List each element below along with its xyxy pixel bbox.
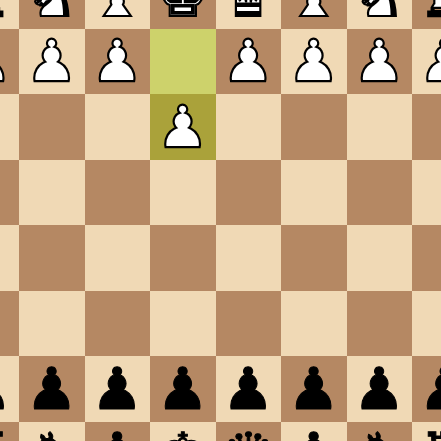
black-pawn[interactable]: ♟ [0,360,12,418]
square-a1[interactable]: ♜ [412,0,441,29]
black-bishop[interactable]: ♝ [91,425,143,441]
white-pawn[interactable]: ♟ [419,32,441,90]
square-c4[interactable] [281,160,347,226]
chess-board: ♜♞♝♚♛♝♞♜♟♟♟♟♟♟♟♟♟♟♟♟♟♟♟♟♜♞♝♚♛♝♞♜ [0,0,441,441]
square-f3[interactable] [85,94,151,160]
white-pawn[interactable]: ♟ [0,32,12,90]
square-e2[interactable] [150,29,216,95]
square-h3[interactable] [0,94,19,160]
square-a5[interactable] [412,225,441,291]
black-rook[interactable]: ♜ [0,425,12,441]
square-h1[interactable]: ♜ [0,0,19,29]
square-a4[interactable] [412,160,441,226]
square-d7[interactable]: ♟ [216,356,282,422]
square-g2[interactable]: ♟ [19,29,85,95]
square-f5[interactable] [85,225,151,291]
square-a2[interactable]: ♟ [412,29,441,95]
square-c1[interactable]: ♝ [281,0,347,29]
square-e5[interactable] [150,225,216,291]
square-e3[interactable]: ♟ [150,94,216,160]
square-h8[interactable]: ♜ [0,422,19,441]
black-king[interactable]: ♚ [157,425,209,441]
square-a8[interactable]: ♜ [412,422,441,441]
square-d1[interactable]: ♛ [216,0,282,29]
white-rook[interactable]: ♜ [0,0,12,25]
square-e8[interactable]: ♚ [150,422,216,441]
square-h5[interactable] [0,225,19,291]
square-f2[interactable]: ♟ [85,29,151,95]
square-g8[interactable]: ♞ [19,422,85,441]
square-e4[interactable] [150,160,216,226]
square-c8[interactable]: ♝ [281,422,347,441]
white-bishop[interactable]: ♝ [288,0,340,25]
square-b3[interactable] [347,94,413,160]
square-f8[interactable]: ♝ [85,422,151,441]
square-d5[interactable] [216,225,282,291]
square-g6[interactable] [19,291,85,357]
square-d8[interactable]: ♛ [216,422,282,441]
square-h7[interactable]: ♟ [0,356,19,422]
square-b1[interactable]: ♞ [347,0,413,29]
black-pawn[interactable]: ♟ [157,360,209,418]
black-knight[interactable]: ♞ [26,425,78,441]
black-pawn[interactable]: ♟ [222,360,274,418]
white-rook[interactable]: ♜ [419,0,441,25]
white-pawn[interactable]: ♟ [353,32,405,90]
white-pawn[interactable]: ♟ [157,98,209,156]
square-h4[interactable] [0,160,19,226]
square-f6[interactable] [85,291,151,357]
black-rook[interactable]: ♜ [419,425,441,441]
black-queen[interactable]: ♛ [222,425,274,441]
square-d4[interactable] [216,160,282,226]
white-pawn[interactable]: ♟ [91,32,143,90]
white-king[interactable]: ♚ [157,0,209,25]
square-c7[interactable]: ♟ [281,356,347,422]
white-queen[interactable]: ♛ [222,0,274,25]
white-knight[interactable]: ♞ [26,0,78,25]
square-d6[interactable] [216,291,282,357]
white-knight[interactable]: ♞ [353,0,405,25]
square-a3[interactable] [412,94,441,160]
white-bishop[interactable]: ♝ [91,0,143,25]
chess-board-viewport: ♜♞♝♚♛♝♞♜♟♟♟♟♟♟♟♟♟♟♟♟♟♟♟♟♜♞♝♚♛♝♞♜ [0,0,441,441]
square-f7[interactable]: ♟ [85,356,151,422]
square-g1[interactable]: ♞ [19,0,85,29]
black-pawn[interactable]: ♟ [91,360,143,418]
square-g4[interactable] [19,160,85,226]
square-h2[interactable]: ♟ [0,29,19,95]
square-c5[interactable] [281,225,347,291]
square-b2[interactable]: ♟ [347,29,413,95]
square-c6[interactable] [281,291,347,357]
black-pawn[interactable]: ♟ [353,360,405,418]
square-g7[interactable]: ♟ [19,356,85,422]
white-pawn[interactable]: ♟ [222,32,274,90]
square-e1[interactable]: ♚ [150,0,216,29]
white-pawn[interactable]: ♟ [26,32,78,90]
square-a7[interactable]: ♟ [412,356,441,422]
black-pawn[interactable]: ♟ [288,360,340,418]
black-pawn[interactable]: ♟ [26,360,78,418]
square-c3[interactable] [281,94,347,160]
square-d3[interactable] [216,94,282,160]
black-bishop[interactable]: ♝ [288,425,340,441]
white-pawn[interactable]: ♟ [288,32,340,90]
square-b8[interactable]: ♞ [347,422,413,441]
square-f4[interactable] [85,160,151,226]
square-c2[interactable]: ♟ [281,29,347,95]
square-a6[interactable] [412,291,441,357]
square-h6[interactable] [0,291,19,357]
square-d2[interactable]: ♟ [216,29,282,95]
square-g3[interactable] [19,94,85,160]
square-b7[interactable]: ♟ [347,356,413,422]
square-b4[interactable] [347,160,413,226]
square-g5[interactable] [19,225,85,291]
square-b6[interactable] [347,291,413,357]
square-e6[interactable] [150,291,216,357]
black-knight[interactable]: ♞ [353,425,405,441]
square-b5[interactable] [347,225,413,291]
square-f1[interactable]: ♝ [85,0,151,29]
square-e7[interactable]: ♟ [150,356,216,422]
black-pawn[interactable]: ♟ [419,360,441,418]
